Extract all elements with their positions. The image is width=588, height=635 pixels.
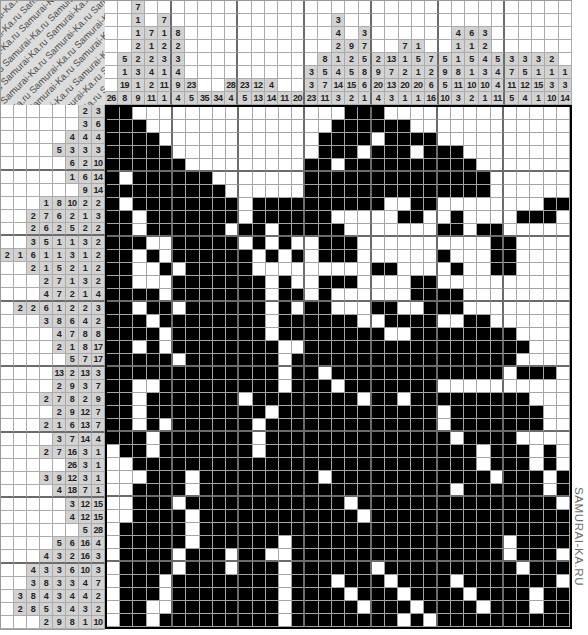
grid-cell[interactable] bbox=[305, 471, 318, 484]
grid-cell[interactable] bbox=[305, 276, 318, 289]
grid-cell[interactable] bbox=[424, 575, 437, 588]
grid-cell[interactable] bbox=[332, 601, 345, 614]
grid-cell[interactable] bbox=[424, 445, 437, 458]
grid-cell[interactable] bbox=[319, 120, 332, 133]
grid-cell[interactable] bbox=[491, 224, 504, 237]
grid-cell[interactable] bbox=[438, 562, 451, 575]
grid-cell[interactable] bbox=[319, 406, 332, 419]
grid-cell[interactable] bbox=[147, 289, 160, 302]
grid-cell[interactable] bbox=[120, 523, 133, 536]
grid-cell[interactable] bbox=[372, 406, 385, 419]
grid-cell[interactable] bbox=[372, 562, 385, 575]
grid-cell[interactable] bbox=[107, 523, 120, 536]
grid-cell[interactable] bbox=[464, 406, 477, 419]
grid-cell[interactable] bbox=[173, 185, 186, 198]
grid-cell[interactable] bbox=[530, 549, 543, 562]
grid-cell[interactable] bbox=[411, 237, 424, 250]
grid-cell[interactable] bbox=[200, 237, 213, 250]
grid-cell[interactable] bbox=[491, 575, 504, 588]
grid-cell[interactable] bbox=[186, 354, 199, 367]
grid-cell[interactable] bbox=[200, 562, 213, 575]
grid-cell[interactable] bbox=[358, 549, 371, 562]
grid-cell[interactable] bbox=[530, 341, 543, 354]
grid-cell[interactable] bbox=[173, 224, 186, 237]
grid-cell[interactable] bbox=[544, 276, 557, 289]
grid-cell[interactable] bbox=[372, 471, 385, 484]
grid-cell[interactable] bbox=[120, 588, 133, 601]
grid-cell[interactable] bbox=[107, 445, 120, 458]
grid-cell[interactable] bbox=[239, 432, 252, 445]
grid-cell[interactable] bbox=[544, 432, 557, 445]
grid-cell[interactable] bbox=[385, 315, 398, 328]
grid-cell[interactable] bbox=[464, 393, 477, 406]
grid-cell[interactable] bbox=[266, 419, 279, 432]
grid-cell[interactable] bbox=[305, 263, 318, 276]
grid-cell[interactable] bbox=[332, 367, 345, 380]
grid-cell[interactable] bbox=[200, 133, 213, 146]
grid-cell[interactable] bbox=[160, 302, 173, 315]
grid-cell[interactable] bbox=[186, 380, 199, 393]
grid-cell[interactable] bbox=[239, 211, 252, 224]
grid-cell[interactable] bbox=[120, 471, 133, 484]
grid-cell[interactable] bbox=[213, 159, 226, 172]
grid-cell[interactable] bbox=[411, 315, 424, 328]
grid-cell[interactable] bbox=[226, 523, 239, 536]
grid-cell[interactable] bbox=[186, 120, 199, 133]
grid-cell[interactable] bbox=[120, 237, 133, 250]
grid-cell[interactable] bbox=[253, 224, 266, 237]
grid-cell[interactable] bbox=[279, 237, 292, 250]
grid-cell[interactable] bbox=[477, 289, 490, 302]
grid-cell[interactable] bbox=[451, 601, 464, 614]
grid-cell[interactable] bbox=[451, 263, 464, 276]
grid-cell[interactable] bbox=[385, 536, 398, 549]
grid-cell[interactable] bbox=[517, 367, 530, 380]
grid-cell[interactable] bbox=[491, 159, 504, 172]
grid-cell[interactable] bbox=[544, 380, 557, 393]
grid-cell[interactable] bbox=[186, 211, 199, 224]
grid-cell[interactable] bbox=[239, 315, 252, 328]
grid-cell[interactable] bbox=[411, 107, 424, 120]
grid-cell[interactable] bbox=[160, 328, 173, 341]
grid-cell[interactable] bbox=[253, 250, 266, 263]
grid-cell[interactable] bbox=[305, 432, 318, 445]
grid-cell[interactable] bbox=[464, 445, 477, 458]
grid-cell[interactable] bbox=[133, 406, 146, 419]
grid-cell[interactable] bbox=[424, 159, 437, 172]
grid-cell[interactable] bbox=[292, 523, 305, 536]
grid-cell[interactable] bbox=[530, 458, 543, 471]
grid-cell[interactable] bbox=[385, 484, 398, 497]
grid-cell[interactable] bbox=[544, 471, 557, 484]
grid-cell[interactable] bbox=[358, 536, 371, 549]
grid-cell[interactable] bbox=[133, 549, 146, 562]
grid-cell[interactable] bbox=[530, 276, 543, 289]
grid-cell[interactable] bbox=[173, 484, 186, 497]
grid-cell[interactable] bbox=[186, 614, 199, 627]
grid-cell[interactable] bbox=[239, 276, 252, 289]
grid-cell[interactable] bbox=[504, 445, 517, 458]
grid-cell[interactable] bbox=[266, 315, 279, 328]
grid-cell[interactable] bbox=[279, 159, 292, 172]
grid-cell[interactable] bbox=[345, 536, 358, 549]
grid-cell[interactable] bbox=[544, 614, 557, 627]
grid-cell[interactable] bbox=[226, 588, 239, 601]
grid-cell[interactable] bbox=[477, 614, 490, 627]
grid-cell[interactable] bbox=[557, 315, 570, 328]
grid-cell[interactable] bbox=[319, 289, 332, 302]
grid-cell[interactable] bbox=[292, 484, 305, 497]
grid-cell[interactable] bbox=[186, 562, 199, 575]
grid-cell[interactable] bbox=[266, 367, 279, 380]
grid-cell[interactable] bbox=[345, 198, 358, 211]
grid-cell[interactable] bbox=[319, 354, 332, 367]
grid-cell[interactable] bbox=[424, 549, 437, 562]
grid-cell[interactable] bbox=[319, 471, 332, 484]
grid-cell[interactable] bbox=[451, 393, 464, 406]
grid-cell[interactable] bbox=[292, 445, 305, 458]
grid-cell[interactable] bbox=[477, 159, 490, 172]
grid-cell[interactable] bbox=[319, 458, 332, 471]
grid-cell[interactable] bbox=[504, 224, 517, 237]
grid-cell[interactable] bbox=[107, 185, 120, 198]
grid-cell[interactable] bbox=[160, 224, 173, 237]
grid-cell[interactable] bbox=[477, 107, 490, 120]
grid-cell[interactable] bbox=[477, 562, 490, 575]
grid-cell[interactable] bbox=[107, 237, 120, 250]
grid-cell[interactable] bbox=[253, 549, 266, 562]
grid-cell[interactable] bbox=[424, 406, 437, 419]
grid-cell[interactable] bbox=[133, 575, 146, 588]
grid-cell[interactable] bbox=[266, 133, 279, 146]
grid-cell[interactable] bbox=[239, 224, 252, 237]
grid-cell[interactable] bbox=[292, 367, 305, 380]
grid-cell[interactable] bbox=[305, 172, 318, 185]
grid-cell[interactable] bbox=[147, 120, 160, 133]
grid-cell[interactable] bbox=[398, 133, 411, 146]
grid-cell[interactable] bbox=[200, 575, 213, 588]
grid-cell[interactable] bbox=[477, 419, 490, 432]
grid-cell[interactable] bbox=[266, 120, 279, 133]
grid-cell[interactable] bbox=[186, 445, 199, 458]
grid-cell[interactable] bbox=[530, 406, 543, 419]
grid-cell[interactable] bbox=[305, 250, 318, 263]
grid-cell[interactable] bbox=[173, 159, 186, 172]
grid-cell[interactable] bbox=[517, 406, 530, 419]
grid-cell[interactable] bbox=[345, 328, 358, 341]
grid-cell[interactable] bbox=[345, 419, 358, 432]
grid-cell[interactable] bbox=[239, 367, 252, 380]
grid-cell[interactable] bbox=[424, 289, 437, 302]
grid-cell[interactable] bbox=[544, 263, 557, 276]
grid-cell[interactable] bbox=[253, 354, 266, 367]
grid-cell[interactable] bbox=[160, 588, 173, 601]
grid-cell[interactable] bbox=[292, 354, 305, 367]
grid-cell[interactable] bbox=[530, 497, 543, 510]
grid-cell[interactable] bbox=[385, 354, 398, 367]
grid-cell[interactable] bbox=[292, 224, 305, 237]
grid-cell[interactable] bbox=[398, 146, 411, 159]
grid-cell[interactable] bbox=[319, 263, 332, 276]
grid-cell[interactable] bbox=[438, 263, 451, 276]
grid-cell[interactable] bbox=[226, 549, 239, 562]
grid-cell[interactable] bbox=[451, 614, 464, 627]
grid-cell[interactable] bbox=[305, 198, 318, 211]
grid-cell[interactable] bbox=[544, 393, 557, 406]
grid-cell[interactable] bbox=[239, 159, 252, 172]
grid-cell[interactable] bbox=[120, 120, 133, 133]
grid-cell[interactable] bbox=[279, 133, 292, 146]
grid-cell[interactable] bbox=[424, 536, 437, 549]
grid-cell[interactable] bbox=[292, 315, 305, 328]
grid-cell[interactable] bbox=[372, 250, 385, 263]
grid-cell[interactable] bbox=[517, 523, 530, 536]
grid-cell[interactable] bbox=[107, 146, 120, 159]
grid-cell[interactable] bbox=[451, 185, 464, 198]
grid-cell[interactable] bbox=[120, 432, 133, 445]
grid-cell[interactable] bbox=[557, 380, 570, 393]
grid-cell[interactable] bbox=[424, 185, 437, 198]
grid-cell[interactable] bbox=[411, 380, 424, 393]
grid-cell[interactable] bbox=[160, 367, 173, 380]
grid-cell[interactable] bbox=[504, 120, 517, 133]
grid-cell[interactable] bbox=[385, 614, 398, 627]
grid-cell[interactable] bbox=[345, 289, 358, 302]
grid-cell[interactable] bbox=[147, 198, 160, 211]
grid-cell[interactable] bbox=[332, 289, 345, 302]
grid-cell[interactable] bbox=[464, 614, 477, 627]
grid-cell[interactable] bbox=[120, 380, 133, 393]
grid-cell[interactable] bbox=[147, 562, 160, 575]
grid-cell[interactable] bbox=[438, 328, 451, 341]
grid-cell[interactable] bbox=[557, 588, 570, 601]
grid-cell[interactable] bbox=[544, 510, 557, 523]
grid-cell[interactable] bbox=[239, 185, 252, 198]
grid-cell[interactable] bbox=[319, 315, 332, 328]
grid-cell[interactable] bbox=[305, 354, 318, 367]
grid-cell[interactable] bbox=[504, 471, 517, 484]
grid-cell[interactable] bbox=[464, 575, 477, 588]
grid-cell[interactable] bbox=[438, 289, 451, 302]
grid-cell[interactable] bbox=[411, 276, 424, 289]
grid-cell[interactable] bbox=[173, 315, 186, 328]
grid-cell[interactable] bbox=[477, 367, 490, 380]
grid-cell[interactable] bbox=[133, 393, 146, 406]
grid-cell[interactable] bbox=[186, 484, 199, 497]
grid-cell[interactable] bbox=[147, 302, 160, 315]
grid-cell[interactable] bbox=[411, 536, 424, 549]
grid-cell[interactable] bbox=[411, 445, 424, 458]
grid-cell[interactable] bbox=[186, 289, 199, 302]
grid-cell[interactable] bbox=[147, 406, 160, 419]
grid-cell[interactable] bbox=[477, 523, 490, 536]
grid-cell[interactable] bbox=[226, 614, 239, 627]
grid-cell[interactable] bbox=[266, 445, 279, 458]
grid-cell[interactable] bbox=[332, 380, 345, 393]
grid-cell[interactable] bbox=[451, 575, 464, 588]
grid-cell[interactable] bbox=[305, 614, 318, 627]
grid-cell[interactable] bbox=[332, 419, 345, 432]
grid-cell[interactable] bbox=[279, 341, 292, 354]
grid-cell[interactable] bbox=[200, 146, 213, 159]
grid-cell[interactable] bbox=[305, 393, 318, 406]
grid-cell[interactable] bbox=[504, 432, 517, 445]
grid-cell[interactable] bbox=[557, 159, 570, 172]
grid-cell[interactable] bbox=[213, 601, 226, 614]
grid-cell[interactable] bbox=[226, 133, 239, 146]
grid-cell[interactable] bbox=[292, 562, 305, 575]
grid-cell[interactable] bbox=[186, 250, 199, 263]
grid-cell[interactable] bbox=[385, 263, 398, 276]
grid-cell[interactable] bbox=[464, 367, 477, 380]
grid-cell[interactable] bbox=[424, 302, 437, 315]
grid-cell[interactable] bbox=[292, 458, 305, 471]
grid-cell[interactable] bbox=[451, 133, 464, 146]
grid-cell[interactable] bbox=[239, 341, 252, 354]
grid-cell[interactable] bbox=[544, 120, 557, 133]
grid-cell[interactable] bbox=[226, 276, 239, 289]
grid-cell[interactable] bbox=[517, 302, 530, 315]
grid-cell[interactable] bbox=[319, 601, 332, 614]
grid-cell[interactable] bbox=[332, 458, 345, 471]
grid-cell[interactable] bbox=[120, 419, 133, 432]
grid-cell[interactable] bbox=[239, 588, 252, 601]
grid-cell[interactable] bbox=[464, 120, 477, 133]
grid-cell[interactable] bbox=[239, 510, 252, 523]
grid-cell[interactable] bbox=[173, 406, 186, 419]
grid-cell[interactable] bbox=[464, 302, 477, 315]
grid-cell[interactable] bbox=[120, 107, 133, 120]
grid-cell[interactable] bbox=[491, 484, 504, 497]
grid-cell[interactable] bbox=[200, 549, 213, 562]
grid-cell[interactable] bbox=[186, 133, 199, 146]
grid-cell[interactable] bbox=[133, 510, 146, 523]
grid-cell[interactable] bbox=[517, 341, 530, 354]
grid-cell[interactable] bbox=[424, 458, 437, 471]
grid-cell[interactable] bbox=[279, 510, 292, 523]
grid-cell[interactable] bbox=[253, 393, 266, 406]
grid-cell[interactable] bbox=[424, 328, 437, 341]
grid-cell[interactable] bbox=[305, 510, 318, 523]
grid-cell[interactable] bbox=[319, 419, 332, 432]
grid-cell[interactable] bbox=[120, 133, 133, 146]
grid-cell[interactable] bbox=[332, 523, 345, 536]
grid-cell[interactable] bbox=[213, 445, 226, 458]
grid-cell[interactable] bbox=[226, 341, 239, 354]
grid-cell[interactable] bbox=[358, 588, 371, 601]
grid-cell[interactable] bbox=[133, 536, 146, 549]
grid-cell[interactable] bbox=[372, 120, 385, 133]
grid-cell[interactable] bbox=[530, 315, 543, 328]
grid-cell[interactable] bbox=[226, 432, 239, 445]
grid-cell[interactable] bbox=[107, 614, 120, 627]
grid-cell[interactable] bbox=[332, 107, 345, 120]
grid-cell[interactable] bbox=[147, 380, 160, 393]
grid-cell[interactable] bbox=[200, 328, 213, 341]
grid-cell[interactable] bbox=[186, 588, 199, 601]
grid-cell[interactable] bbox=[160, 237, 173, 250]
grid-cell[interactable] bbox=[517, 549, 530, 562]
grid-cell[interactable] bbox=[186, 406, 199, 419]
grid-cell[interactable] bbox=[345, 341, 358, 354]
grid-cell[interactable] bbox=[200, 406, 213, 419]
grid-cell[interactable] bbox=[186, 159, 199, 172]
grid-cell[interactable] bbox=[305, 419, 318, 432]
grid-cell[interactable] bbox=[424, 380, 437, 393]
grid-cell[interactable] bbox=[279, 107, 292, 120]
grid-cell[interactable] bbox=[133, 172, 146, 185]
grid-cell[interactable] bbox=[424, 133, 437, 146]
grid-cell[interactable] bbox=[398, 432, 411, 445]
grid-cell[interactable] bbox=[200, 250, 213, 263]
grid-cell[interactable] bbox=[266, 588, 279, 601]
grid-cell[interactable] bbox=[438, 445, 451, 458]
grid-cell[interactable] bbox=[398, 497, 411, 510]
grid-cell[interactable] bbox=[504, 341, 517, 354]
grid-cell[interactable] bbox=[186, 458, 199, 471]
grid-cell[interactable] bbox=[557, 393, 570, 406]
grid-cell[interactable] bbox=[213, 497, 226, 510]
grid-cell[interactable] bbox=[200, 419, 213, 432]
grid-cell[interactable] bbox=[544, 354, 557, 367]
grid-cell[interactable] bbox=[438, 588, 451, 601]
grid-cell[interactable] bbox=[557, 224, 570, 237]
grid-cell[interactable] bbox=[253, 510, 266, 523]
grid-cell[interactable] bbox=[398, 250, 411, 263]
grid-cell[interactable] bbox=[372, 328, 385, 341]
grid-cell[interactable] bbox=[491, 198, 504, 211]
grid-cell[interactable] bbox=[279, 393, 292, 406]
grid-cell[interactable] bbox=[504, 562, 517, 575]
grid-cell[interactable] bbox=[332, 315, 345, 328]
grid-cell[interactable] bbox=[213, 107, 226, 120]
grid-cell[interactable] bbox=[160, 393, 173, 406]
grid-cell[interactable] bbox=[160, 536, 173, 549]
grid-cell[interactable] bbox=[517, 484, 530, 497]
grid-cell[interactable] bbox=[411, 523, 424, 536]
grid-cell[interactable] bbox=[213, 614, 226, 627]
grid-cell[interactable] bbox=[226, 458, 239, 471]
grid-cell[interactable] bbox=[345, 484, 358, 497]
grid-cell[interactable] bbox=[385, 393, 398, 406]
grid-cell[interactable] bbox=[279, 250, 292, 263]
grid-cell[interactable] bbox=[517, 237, 530, 250]
grid-cell[interactable] bbox=[424, 198, 437, 211]
grid-cell[interactable] bbox=[173, 536, 186, 549]
grid-cell[interactable] bbox=[200, 471, 213, 484]
grid-cell[interactable] bbox=[491, 536, 504, 549]
grid-cell[interactable] bbox=[186, 497, 199, 510]
grid-cell[interactable] bbox=[385, 380, 398, 393]
grid-cell[interactable] bbox=[345, 146, 358, 159]
grid-cell[interactable] bbox=[107, 419, 120, 432]
grid-cell[interactable] bbox=[451, 341, 464, 354]
grid-cell[interactable] bbox=[411, 302, 424, 315]
grid-cell[interactable] bbox=[398, 562, 411, 575]
grid-cell[interactable] bbox=[517, 159, 530, 172]
grid-cell[interactable] bbox=[544, 211, 557, 224]
grid-cell[interactable] bbox=[372, 276, 385, 289]
grid-cell[interactable] bbox=[133, 237, 146, 250]
grid-cell[interactable] bbox=[451, 237, 464, 250]
grid-cell[interactable] bbox=[147, 497, 160, 510]
grid-cell[interactable] bbox=[332, 172, 345, 185]
grid-cell[interactable] bbox=[239, 471, 252, 484]
grid-cell[interactable] bbox=[477, 497, 490, 510]
grid-cell[interactable] bbox=[345, 406, 358, 419]
grid-cell[interactable] bbox=[160, 250, 173, 263]
grid-cell[interactable] bbox=[239, 354, 252, 367]
